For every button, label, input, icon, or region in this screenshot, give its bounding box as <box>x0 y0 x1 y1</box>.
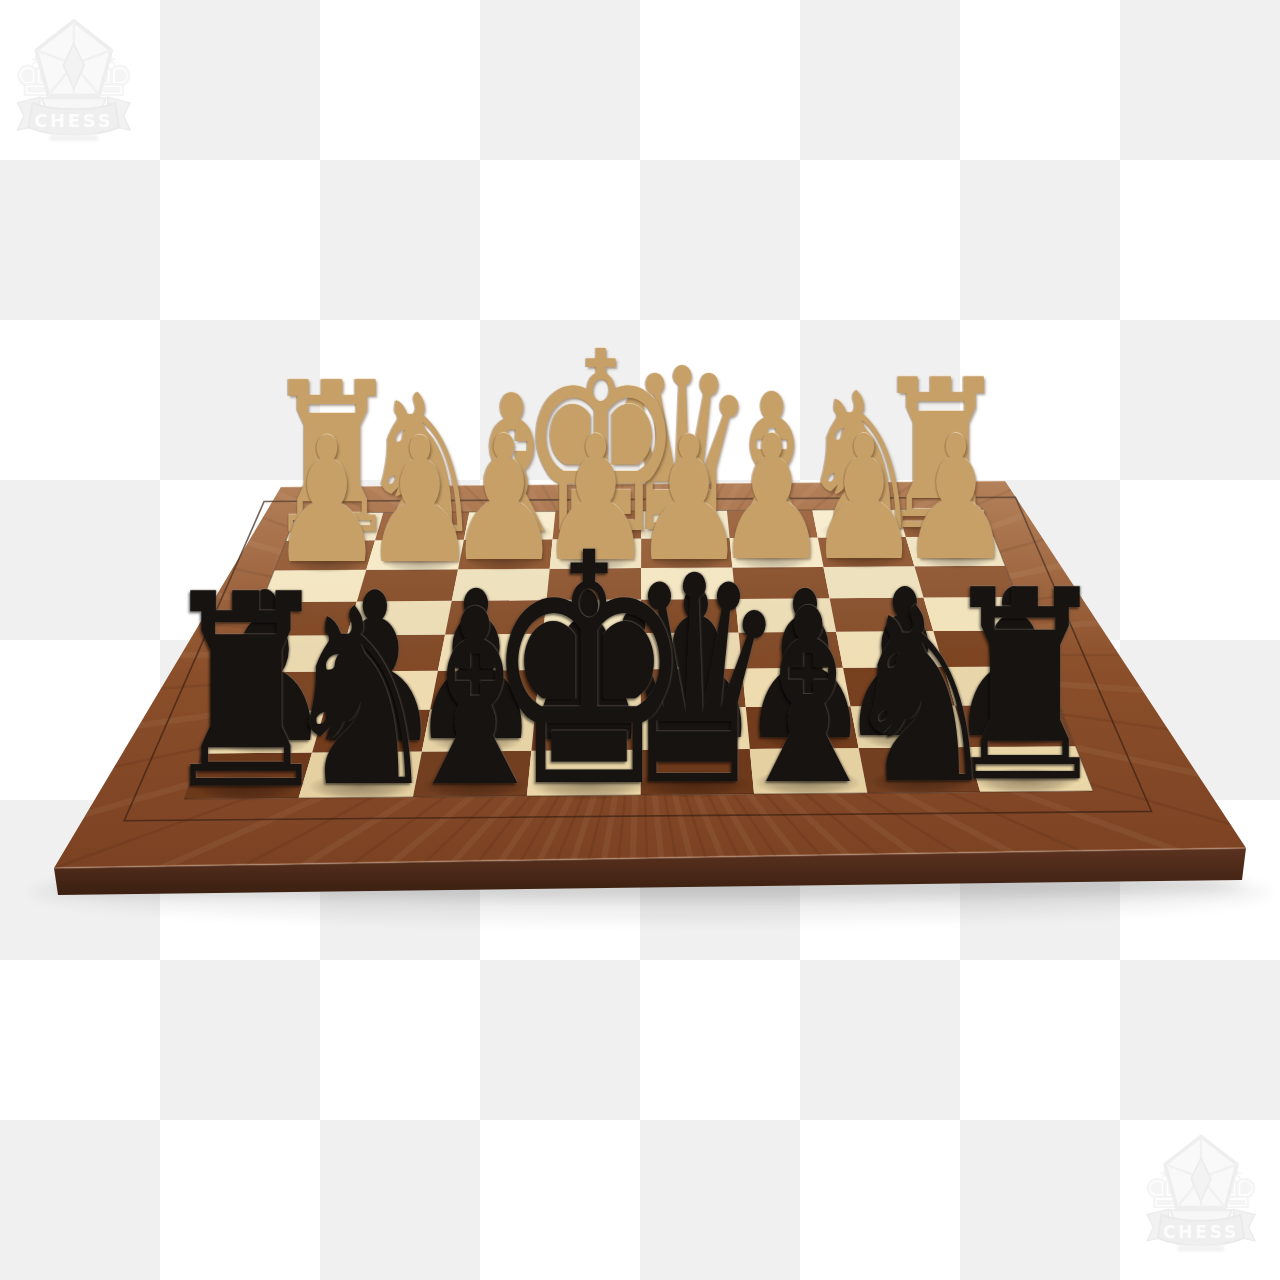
product-photo-canvas: ♚ ♚ CHESS ♜♞♝♛♚♝♞♜♟♟♟♟♟♟♟ <box>0 0 1280 1280</box>
chess-board-scene: ♚ ♚ CHESS <box>0 0 1280 1280</box>
board-sheen <box>54 481 1246 868</box>
watermark-bottom-right <box>1142 1136 1261 1251</box>
watermark-top-left <box>12 21 136 141</box>
